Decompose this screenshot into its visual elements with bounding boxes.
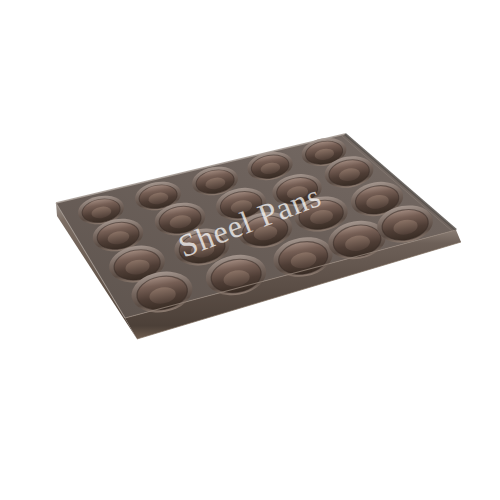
baking-pan: [56, 134, 461, 339]
product-photo: Sheel Pans: [0, 0, 500, 500]
muffin-pan-photo: Sheel Pans: [0, 0, 500, 500]
